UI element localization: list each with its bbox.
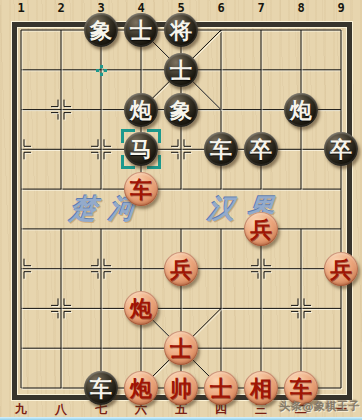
piece-red-advisor[interactable]: 士: [164, 331, 198, 365]
piece-red-pawn[interactable]: 兵: [244, 212, 278, 246]
col-label-bottom-1: 九: [10, 403, 32, 416]
watermark: 头条@象棋王子: [280, 399, 361, 414]
piece-glyph: 象: [170, 93, 192, 127]
piece-red-general[interactable]: 帅: [164, 371, 198, 405]
piece-glyph: 兵: [330, 252, 352, 286]
piece-black-advisor[interactable]: 士: [124, 13, 158, 47]
piece-black-cannon[interactable]: 炮: [124, 93, 158, 127]
xiangqi-app-window: 123456789 九八七六五四三二一 楚河 汉界 象士将士炮象炮马车卒卒车兵兵…: [0, 0, 362, 420]
piece-glyph: 象: [90, 13, 112, 47]
piece-glyph: 兵: [170, 252, 192, 286]
piece-glyph: 兵: [250, 212, 272, 246]
piece-glyph: 车: [130, 172, 152, 206]
piece-red-elephant[interactable]: 相: [244, 371, 278, 405]
piece-black-chariot[interactable]: 车: [84, 371, 118, 405]
piece-glyph: 帅: [170, 371, 192, 405]
piece-red-advisor[interactable]: 士: [204, 371, 238, 405]
piece-glyph: 士: [170, 331, 192, 365]
piece-glyph: 炮: [130, 291, 152, 325]
piece-glyph: 士: [170, 53, 192, 87]
col-label-top-7: 7: [250, 2, 272, 15]
col-label-top-8: 8: [290, 2, 312, 15]
piece-black-general[interactable]: 将: [164, 13, 198, 47]
piece-glyph: 炮: [130, 93, 152, 127]
piece-glyph: 士: [210, 371, 232, 405]
piece-glyph: 马: [130, 132, 152, 166]
piece-red-pawn[interactable]: 兵: [164, 252, 198, 286]
piece-glyph: 士: [130, 13, 152, 47]
piece-glyph: 炮: [130, 371, 152, 405]
piece-glyph: 车: [90, 371, 112, 405]
piece-red-cannon[interactable]: 炮: [124, 371, 158, 405]
piece-glyph: 相: [250, 371, 272, 405]
piece-black-elephant[interactable]: 象: [164, 93, 198, 127]
piece-black-elephant[interactable]: 象: [84, 13, 118, 47]
piece-black-cannon[interactable]: 炮: [284, 93, 318, 127]
col-label-bottom-2: 八: [50, 403, 72, 416]
piece-red-chariot[interactable]: 车: [124, 172, 158, 206]
piece-glyph: 将: [170, 13, 192, 47]
piece-black-advisor[interactable]: 士: [164, 53, 198, 87]
col-label-top-6: 6: [210, 2, 232, 15]
piece-glyph: 卒: [250, 132, 272, 166]
piece-glyph: 卒: [330, 132, 352, 166]
piece-red-pawn[interactable]: 兵: [324, 252, 358, 286]
piece-glyph: 炮: [290, 93, 312, 127]
col-label-top-9: 9: [330, 2, 352, 15]
col-label-top-1: 1: [10, 2, 32, 15]
last-move-from-marker: [100, 69, 103, 72]
col-label-top-2: 2: [50, 2, 72, 15]
piece-glyph: 车: [210, 132, 232, 166]
